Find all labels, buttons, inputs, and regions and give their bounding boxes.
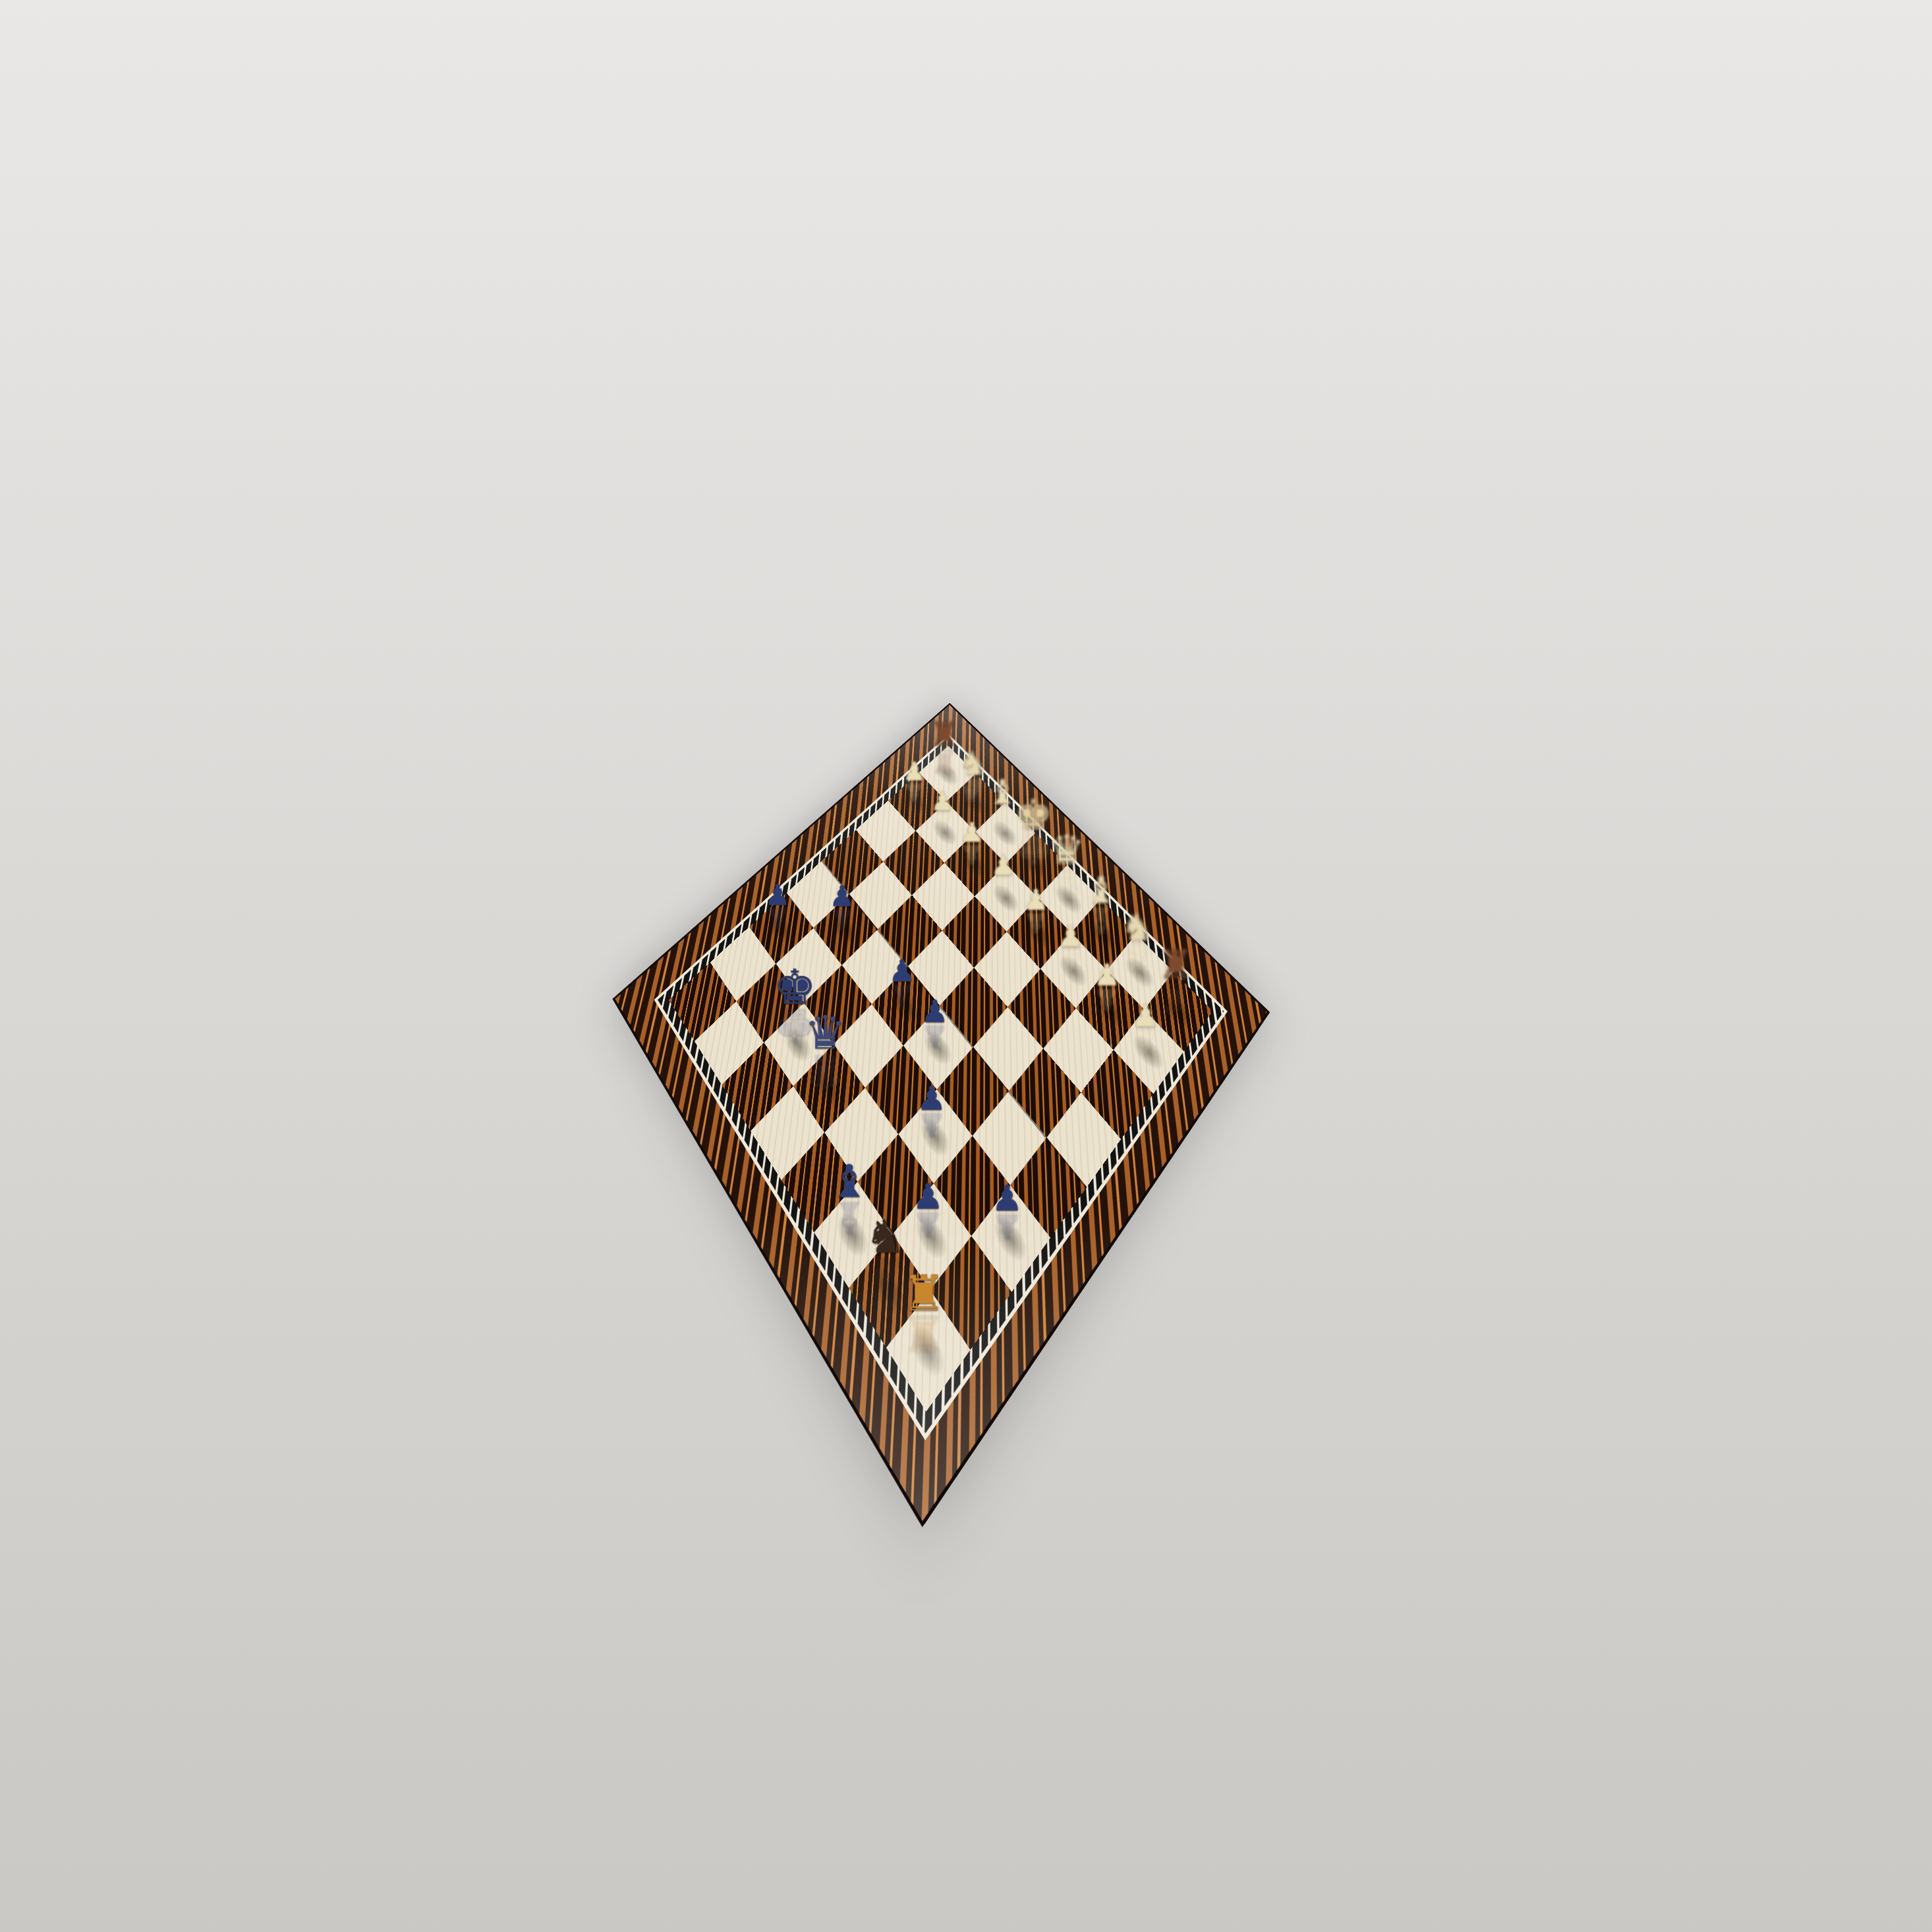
piece-shadow [830, 1204, 874, 1266]
photo-stage: ♜♜♞♞♝♝♚♚♛♛♝♝♞♞♜♜♟♟♟♟♟♟♟♟♟♟♟♟♟♟♟♟♟♟♟♟♟♟♟♟… [0, 0, 1932, 1932]
square-h7 [710, 926, 776, 1001]
piece-shadow [928, 814, 962, 850]
piece-shadow [1127, 1027, 1169, 1077]
piece-shadow [957, 845, 992, 883]
board-top-face: ♜♜♞♞♝♝♚♚♛♛♝♝♞♞♜♜♟♟♟♟♟♟♟♟♟♟♟♟♟♟♟♟♟♟♟♟♟♟♟♟… [615, 705, 1267, 1521]
piece-shadow [779, 1020, 818, 1069]
piece-shadow [1019, 913, 1058, 954]
piece-shadow [1120, 950, 1160, 994]
piece-shadow [958, 786, 992, 820]
piece-shadow [866, 1258, 912, 1324]
piece-shadow [900, 785, 934, 819]
piece-shadow [930, 758, 963, 790]
piece-shadow [903, 1315, 952, 1386]
piece-shadow [987, 1207, 1033, 1269]
piece-shadow [1050, 879, 1088, 919]
piece-shadow [987, 816, 1022, 851]
piece-shadow [909, 1206, 954, 1268]
piece-shadow [827, 909, 863, 950]
piece-shadow [763, 908, 799, 950]
piece-shadow [918, 1023, 958, 1072]
board-grid: ♜♜♞♞♝♝♚♚♛♛♝♝♞♞♜♜♟♟♟♟♟♟♟♟♟♟♟♟♟♟♟♟♟♟♟♟♟♟♟♟… [669, 746, 1212, 1411]
piece-shadow [886, 983, 924, 1029]
piece-shadow [1018, 847, 1054, 884]
piece-shadow [913, 1109, 955, 1164]
scene: ♜♜♞♞♝♝♚♚♛♛♝♝♞♞♜♜♟♟♟♟♟♟♟♟♟♟♟♟♟♟♟♟♟♟♟♟♟♟♟♟… [0, 0, 1932, 1932]
chess-board-3d: ♜♜♞♞♝♝♚♚♛♛♝♝♞♞♜♜♟♟♟♟♟♟♟♟♟♟♟♟♟♟♟♟♟♟♟♟♟♟♟♟… [615, 705, 1267, 1521]
